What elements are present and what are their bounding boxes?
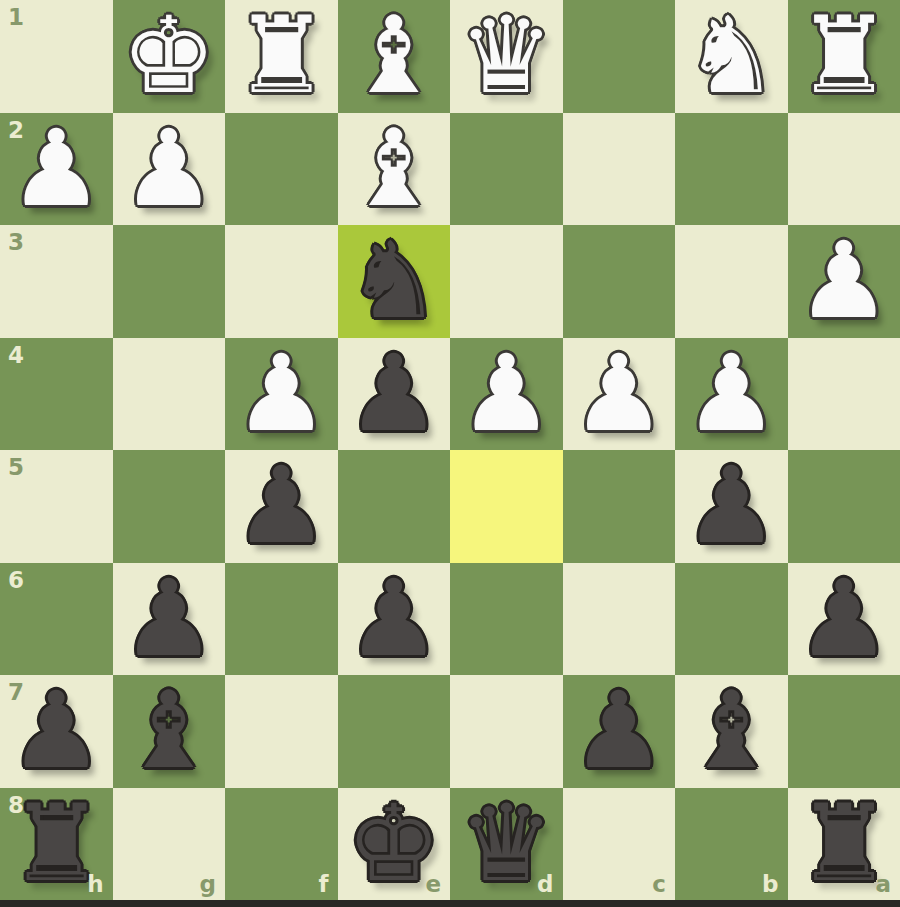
square-c8[interactable]: c xyxy=(563,788,676,901)
black-pawn-e6[interactable]: ♟ xyxy=(346,566,441,672)
square-a2[interactable] xyxy=(788,113,900,226)
square-c5[interactable] xyxy=(563,450,676,563)
square-f8[interactable]: f xyxy=(225,788,338,901)
rank-label-2: 2 xyxy=(8,117,24,143)
square-e3[interactable]: ♞ xyxy=(338,225,451,338)
square-h8[interactable]: 8h♜ xyxy=(0,788,113,901)
file-label-c: c xyxy=(652,871,666,897)
square-b5[interactable]: ♟ xyxy=(675,450,788,563)
white-bishop-e2[interactable]: ♝ xyxy=(346,116,441,222)
square-g7[interactable]: ♝ xyxy=(113,675,226,788)
file-label-d: d xyxy=(537,871,553,897)
rank-label-8: 8 xyxy=(8,792,24,818)
square-e8[interactable]: e♚ xyxy=(338,788,451,901)
rank-label-3: 3 xyxy=(8,229,24,255)
black-pawn-e4[interactable]: ♟ xyxy=(346,341,441,447)
file-label-h: h xyxy=(87,871,103,897)
square-a8[interactable]: a♜ xyxy=(788,788,900,901)
square-g5[interactable] xyxy=(113,450,226,563)
white-bishop-e1[interactable]: ♝ xyxy=(346,3,441,109)
square-e6[interactable]: ♟ xyxy=(338,563,451,676)
square-b2[interactable] xyxy=(675,113,788,226)
square-b7[interactable]: ♝ xyxy=(675,675,788,788)
square-a4[interactable] xyxy=(788,338,900,451)
square-g4[interactable] xyxy=(113,338,226,451)
file-label-g: g xyxy=(200,871,216,897)
square-d2[interactable] xyxy=(450,113,563,226)
square-d1[interactable]: ♛ xyxy=(450,0,563,113)
file-label-f: f xyxy=(318,871,328,897)
square-b1[interactable]: ♞ xyxy=(675,0,788,113)
square-h4[interactable]: 4 xyxy=(0,338,113,451)
square-a1[interactable]: ♜ xyxy=(788,0,900,113)
square-d8[interactable]: d♛ xyxy=(450,788,563,901)
square-c7[interactable]: ♟ xyxy=(563,675,676,788)
white-pawn-a3[interactable]: ♟ xyxy=(796,228,891,334)
file-label-a: a xyxy=(875,871,891,897)
file-label-e: e xyxy=(425,871,441,897)
square-f3[interactable] xyxy=(225,225,338,338)
chess-board: 1♚♜♝♛♞♜2♟♟♝3♞♟4♟♟♟♟♟5♟♟6♟♟♟7♟♝♟♝8h♜gfe♚d… xyxy=(0,0,900,900)
square-e4[interactable]: ♟ xyxy=(338,338,451,451)
square-b6[interactable] xyxy=(675,563,788,676)
black-pawn-f5[interactable]: ♟ xyxy=(234,453,329,559)
white-pawn-f4[interactable]: ♟ xyxy=(234,341,329,447)
square-g1[interactable]: ♚ xyxy=(113,0,226,113)
rank-label-1: 1 xyxy=(8,4,24,30)
square-d6[interactable] xyxy=(450,563,563,676)
square-a7[interactable] xyxy=(788,675,900,788)
black-bishop-b7[interactable]: ♝ xyxy=(684,678,779,784)
black-knight-e3[interactable]: ♞ xyxy=(346,228,441,334)
square-h7[interactable]: 7♟ xyxy=(0,675,113,788)
bottom-bar xyxy=(0,900,900,907)
square-f6[interactable] xyxy=(225,563,338,676)
square-g3[interactable] xyxy=(113,225,226,338)
square-c1[interactable] xyxy=(563,0,676,113)
square-d5[interactable] xyxy=(450,450,563,563)
square-e7[interactable] xyxy=(338,675,451,788)
black-pawn-b5[interactable]: ♟ xyxy=(684,453,779,559)
square-d3[interactable] xyxy=(450,225,563,338)
square-h1[interactable]: 1 xyxy=(0,0,113,113)
black-bishop-g7[interactable]: ♝ xyxy=(121,678,216,784)
square-h2[interactable]: 2♟ xyxy=(0,113,113,226)
black-pawn-g6[interactable]: ♟ xyxy=(121,566,216,672)
square-h6[interactable]: 6 xyxy=(0,563,113,676)
square-b8[interactable]: b xyxy=(675,788,788,901)
square-a3[interactable]: ♟ xyxy=(788,225,900,338)
white-rook-a1[interactable]: ♜ xyxy=(796,3,891,109)
white-pawn-c4[interactable]: ♟ xyxy=(571,341,666,447)
square-b3[interactable] xyxy=(675,225,788,338)
white-pawn-b4[interactable]: ♟ xyxy=(684,341,779,447)
square-a5[interactable] xyxy=(788,450,900,563)
square-h3[interactable]: 3 xyxy=(0,225,113,338)
white-rook-f1[interactable]: ♜ xyxy=(234,3,329,109)
square-c4[interactable]: ♟ xyxy=(563,338,676,451)
square-c3[interactable] xyxy=(563,225,676,338)
square-e1[interactable]: ♝ xyxy=(338,0,451,113)
square-g2[interactable]: ♟ xyxy=(113,113,226,226)
square-g6[interactable]: ♟ xyxy=(113,563,226,676)
rank-label-6: 6 xyxy=(8,567,24,593)
square-f5[interactable]: ♟ xyxy=(225,450,338,563)
rank-label-4: 4 xyxy=(8,342,24,368)
rank-label-5: 5 xyxy=(8,454,24,480)
square-f1[interactable]: ♜ xyxy=(225,0,338,113)
square-g8[interactable]: g xyxy=(113,788,226,901)
black-pawn-c7[interactable]: ♟ xyxy=(571,678,666,784)
square-d7[interactable] xyxy=(450,675,563,788)
white-pawn-g2[interactable]: ♟ xyxy=(121,116,216,222)
square-c2[interactable] xyxy=(563,113,676,226)
square-c6[interactable] xyxy=(563,563,676,676)
square-e2[interactable]: ♝ xyxy=(338,113,451,226)
square-b4[interactable]: ♟ xyxy=(675,338,788,451)
square-a6[interactable]: ♟ xyxy=(788,563,900,676)
white-pawn-d4[interactable]: ♟ xyxy=(459,341,554,447)
white-knight-b1[interactable]: ♞ xyxy=(684,3,779,109)
rank-label-7: 7 xyxy=(8,679,24,705)
square-e5[interactable] xyxy=(338,450,451,563)
file-label-b: b xyxy=(762,871,778,897)
white-king-g1[interactable]: ♚ xyxy=(121,3,216,109)
square-f4[interactable]: ♟ xyxy=(225,338,338,451)
square-d4[interactable]: ♟ xyxy=(450,338,563,451)
square-f2[interactable] xyxy=(225,113,338,226)
square-h5[interactable]: 5 xyxy=(0,450,113,563)
white-queen-d1[interactable]: ♛ xyxy=(459,3,554,109)
square-f7[interactable] xyxy=(225,675,338,788)
black-pawn-a6[interactable]: ♟ xyxy=(796,566,891,672)
